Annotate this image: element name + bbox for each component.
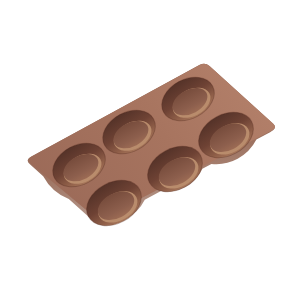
muffin-mold-illustration	[0, 0, 300, 300]
product-photo	[0, 0, 300, 300]
